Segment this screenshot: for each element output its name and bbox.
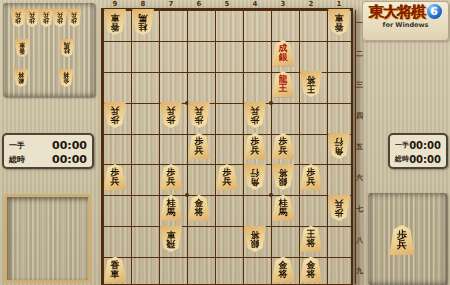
board-grid-line bbox=[103, 103, 351, 104]
rank-label: 三 bbox=[356, 80, 366, 90]
rank-label: 二 bbox=[356, 49, 366, 59]
logo-panel: 東大将棋6 for Windows bbox=[362, 1, 449, 41]
file-label: 4 bbox=[253, 0, 258, 8]
shogi-piece-桂馬[interactable]: 桂馬 bbox=[60, 39, 75, 57]
board-grid-line bbox=[131, 10, 132, 284]
right-clock-total-label: 総時 bbox=[395, 154, 409, 164]
gote-captured-stand: 歩兵歩兵歩兵歩兵歩兵香車桂馬銀将金将 bbox=[3, 3, 95, 97]
board-grid-line bbox=[271, 10, 272, 284]
board-grid-line bbox=[299, 10, 300, 284]
left-clock-move-label: 一手 bbox=[9, 140, 25, 151]
board-grid-line bbox=[215, 10, 216, 284]
right-clock-move-time: 00:00 bbox=[409, 140, 441, 151]
file-label: 3 bbox=[281, 0, 286, 8]
file-label: 6 bbox=[197, 0, 202, 8]
file-label: 5 bbox=[225, 0, 230, 8]
file-label: 1 bbox=[337, 0, 342, 8]
shogi-piece-歩兵[interactable]: 歩兵 bbox=[25, 9, 40, 27]
left-clock-total-label: 総時 bbox=[9, 154, 25, 165]
board-star-point bbox=[269, 101, 273, 105]
board-grid-line bbox=[103, 134, 351, 135]
logo-title: 東大将棋 bbox=[370, 3, 426, 21]
rank-label: 四 bbox=[356, 111, 366, 121]
right-clock-total-time: 00:00 bbox=[409, 154, 441, 165]
shogi-piece-歩兵[interactable]: 歩兵 bbox=[390, 225, 415, 255]
file-label: 9 bbox=[113, 0, 118, 8]
board-grid-line bbox=[103, 10, 104, 284]
shogi-piece-金将[interactable]: 金将 bbox=[59, 69, 74, 87]
empty-piece-tray bbox=[4, 194, 91, 283]
file-label: 7 bbox=[169, 0, 174, 8]
left-clock-move-time: 00:00 bbox=[52, 139, 87, 152]
rank-label: 九 bbox=[356, 266, 366, 276]
board-grid-line bbox=[327, 10, 328, 284]
rank-label: 五 bbox=[356, 142, 366, 152]
file-label: 2 bbox=[309, 0, 314, 8]
board-grid-line bbox=[187, 10, 188, 284]
shogi-piece-銀将[interactable]: 銀将 bbox=[14, 69, 29, 87]
logo-version-badge: 6 bbox=[427, 4, 442, 19]
board-star-point bbox=[269, 193, 273, 197]
shogi-piece-歩兵[interactable]: 歩兵 bbox=[67, 9, 82, 27]
rank-label: 一 bbox=[356, 18, 366, 28]
file-label: 8 bbox=[141, 0, 146, 8]
rank-label: 七 bbox=[356, 204, 366, 214]
left-clock-panel: 一手 00:00 総時 00:00 bbox=[2, 133, 94, 169]
sente-captured-stand: 歩兵 bbox=[368, 193, 447, 285]
shogi-piece-歩兵[interactable]: 歩兵 bbox=[39, 9, 54, 27]
shogi-app-window: 歩兵歩兵歩兵歩兵歩兵香車桂馬銀将金将 一手 00:00 総時 00:00 東大将… bbox=[0, 0, 450, 285]
right-clock-panel: 一手 00:00 総時 00:00 bbox=[388, 133, 448, 169]
board-grid-line bbox=[159, 10, 160, 284]
shogi-piece-歩兵[interactable]: 歩兵 bbox=[53, 9, 68, 27]
board-grid-line bbox=[243, 10, 244, 284]
rank-label: 八 bbox=[356, 235, 366, 245]
logo-subtitle: for Windows bbox=[363, 21, 448, 29]
left-clock-total-time: 00:00 bbox=[52, 153, 87, 166]
rank-label: 六 bbox=[356, 173, 366, 183]
shogi-piece-歩兵[interactable]: 歩兵 bbox=[11, 9, 26, 27]
board-grid-line bbox=[103, 195, 351, 196]
board-grid-line bbox=[103, 41, 351, 42]
right-clock-move-label: 一手 bbox=[395, 140, 409, 150]
board-star-point bbox=[185, 193, 189, 197]
shogi-piece-香車[interactable]: 香車 bbox=[15, 39, 30, 57]
